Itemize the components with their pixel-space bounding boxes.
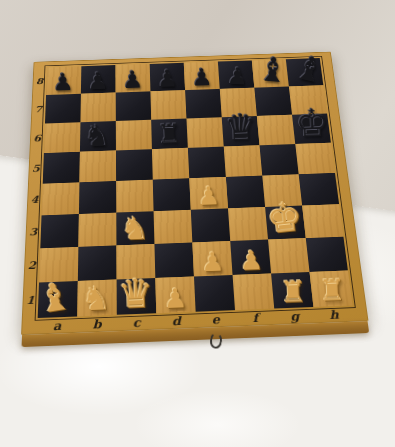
- square-c6[interactable]: [116, 120, 152, 151]
- file-label-e: e: [196, 310, 236, 328]
- file-label-b: b: [77, 315, 117, 333]
- square-d6[interactable]: ♜: [151, 118, 188, 149]
- square-g8[interactable]: ♝: [252, 59, 289, 87]
- square-d2[interactable]: [154, 242, 194, 277]
- square-g7[interactable]: [254, 87, 292, 116]
- square-a8[interactable]: ♟: [46, 66, 81, 95]
- white-pawn-f2[interactable]: ♟: [239, 247, 263, 274]
- square-a6[interactable]: [44, 122, 81, 153]
- black-pawn-a8[interactable]: ♟: [52, 70, 74, 94]
- square-a1[interactable]: ♝: [38, 281, 78, 318]
- rank-label-8: 8: [32, 67, 47, 95]
- square-d4[interactable]: [153, 178, 191, 211]
- square-h2[interactable]: [306, 237, 348, 272]
- rank-label-5: 5: [28, 153, 44, 184]
- square-a7[interactable]: [45, 94, 81, 124]
- square-c5[interactable]: [116, 149, 153, 181]
- square-e7[interactable]: [185, 89, 222, 119]
- square-f5[interactable]: [224, 145, 263, 177]
- file-label-h: h: [313, 305, 354, 323]
- black-king-h6[interactable]: ♚: [295, 104, 330, 143]
- white-queen-c1[interactable]: ♛: [117, 273, 154, 314]
- black-pawn-d8[interactable]: ♟: [156, 66, 178, 90]
- square-e8[interactable]: ♟: [184, 62, 220, 91]
- square-d5[interactable]: [152, 148, 189, 180]
- square-e6[interactable]: [186, 117, 223, 148]
- square-b1[interactable]: ♞: [77, 279, 117, 316]
- square-h5[interactable]: [295, 143, 335, 175]
- file-label-g: g: [274, 307, 315, 325]
- square-a3[interactable]: [40, 214, 79, 248]
- square-e1[interactable]: [194, 275, 235, 312]
- square-e2[interactable]: ♟: [192, 241, 232, 276]
- square-a4[interactable]: [42, 182, 80, 215]
- square-b6[interactable]: ♞: [80, 121, 116, 152]
- square-a5[interactable]: [43, 152, 80, 184]
- black-pawn-b8[interactable]: ♟: [87, 69, 109, 93]
- square-c1[interactable]: ♛: [117, 278, 157, 315]
- square-f8[interactable]: ♟: [218, 60, 254, 89]
- square-h6[interactable]: ♚: [292, 113, 331, 143]
- square-b2[interactable]: [78, 245, 117, 281]
- square-c7[interactable]: [116, 91, 151, 121]
- square-c3[interactable]: ♞: [116, 211, 154, 245]
- square-d7[interactable]: [150, 90, 186, 120]
- white-pawn-d1[interactable]: ♟: [163, 285, 188, 313]
- black-pawn-c8[interactable]: ♟: [122, 68, 144, 92]
- square-b8[interactable]: ♟: [81, 65, 116, 94]
- square-e5[interactable]: [188, 147, 226, 179]
- white-bishop-a1[interactable]: ♝: [35, 277, 74, 319]
- black-queen-f6[interactable]: ♛: [224, 109, 258, 146]
- square-h4[interactable]: [299, 173, 339, 206]
- black-pawn-e8[interactable]: ♟: [191, 65, 213, 89]
- file-label-d: d: [156, 312, 196, 330]
- square-g3[interactable]: ♚: [265, 206, 306, 240]
- square-e4[interactable]: ♟: [189, 177, 228, 210]
- white-pawn-e2[interactable]: ♟: [200, 248, 224, 275]
- board-grid: ♟♟♟♟♟♟♝♝♞♜♛♚♟♞♚♟♟♝♞♛♟♜♜: [38, 58, 353, 318]
- square-b3[interactable]: [78, 213, 116, 247]
- file-label-f: f: [235, 309, 276, 327]
- black-rook-d6[interactable]: ♜: [157, 120, 182, 148]
- square-f6[interactable]: ♛: [222, 116, 260, 147]
- black-knight-b6[interactable]: ♞: [83, 120, 111, 151]
- screen: 87654321 abcdefgh ♟♟♟♟♟♟♝♝♞♜♛♚♟♞♚♟♟♝♞♛♟♜…: [0, 0, 395, 447]
- square-f4[interactable]: [226, 176, 265, 209]
- white-rook-h1[interactable]: ♜: [319, 275, 346, 305]
- square-f3[interactable]: [228, 207, 268, 241]
- rank-label-4: 4: [27, 184, 43, 216]
- black-bishop-g8[interactable]: ♝: [257, 52, 289, 87]
- square-d8[interactable]: ♟: [150, 63, 185, 92]
- square-h1[interactable]: ♜: [310, 270, 353, 307]
- white-knight-b1[interactable]: ♞: [81, 282, 112, 316]
- white-pawn-e4[interactable]: ♟: [197, 183, 221, 209]
- white-knight-c3[interactable]: ♞: [120, 212, 149, 244]
- square-d3[interactable]: [154, 210, 193, 244]
- square-f2[interactable]: ♟: [230, 240, 271, 275]
- white-king-g3[interactable]: ♚: [265, 197, 305, 240]
- file-label-a: a: [37, 316, 77, 334]
- square-g1[interactable]: ♜: [271, 272, 313, 309]
- square-c8[interactable]: ♟: [116, 64, 151, 93]
- black-bishop-h8[interactable]: ♝: [292, 50, 328, 89]
- square-b4[interactable]: [79, 181, 116, 214]
- file-label-c: c: [117, 313, 157, 331]
- square-g5[interactable]: [260, 144, 299, 176]
- rank-label-3: 3: [25, 215, 41, 248]
- white-rook-g1[interactable]: ♜: [279, 277, 307, 307]
- square-f1[interactable]: [233, 273, 275, 310]
- square-e3[interactable]: [191, 208, 230, 242]
- rank-label-7: 7: [31, 95, 46, 124]
- square-d1[interactable]: ♟: [155, 276, 195, 313]
- rank-label-6: 6: [29, 124, 45, 154]
- square-g2[interactable]: [268, 238, 310, 273]
- black-pawn-f8[interactable]: ♟: [227, 64, 249, 88]
- square-h3[interactable]: [302, 204, 343, 238]
- square-g6[interactable]: [257, 115, 295, 146]
- square-b5[interactable]: [79, 150, 116, 182]
- square-h8[interactable]: ♝: [286, 58, 324, 86]
- chessboard-frame: 87654321 abcdefgh ♟♟♟♟♟♟♝♝♞♜♛♚♟♞♚♟♟♝♞♛♟♜…: [21, 52, 368, 335]
- chessboard: 87654321 abcdefgh ♟♟♟♟♟♟♝♝♞♜♛♚♟♞♚♟♟♝♞♛♟♜…: [21, 52, 371, 347]
- square-c4[interactable]: [116, 180, 153, 213]
